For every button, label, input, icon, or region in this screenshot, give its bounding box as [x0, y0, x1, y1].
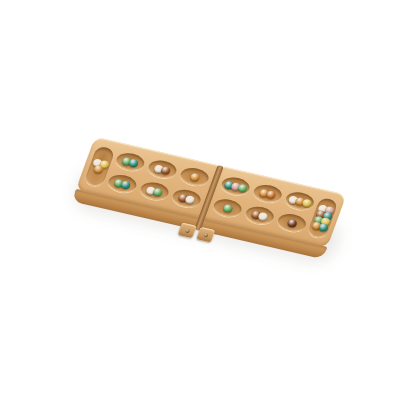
- pit-top-2[interactable]: [146, 158, 179, 180]
- gem-stone-amber: [93, 165, 105, 175]
- gem-stone-white: [257, 211, 269, 221]
- pit-bottom-5[interactable]: [243, 204, 276, 226]
- hinge-block-left: [178, 223, 197, 239]
- pit-bottom-4[interactable]: [211, 197, 244, 219]
- board-left-half: [72, 137, 219, 230]
- hinge-pin-icon: [203, 232, 208, 237]
- pit-bottom-2[interactable]: [138, 180, 171, 202]
- hinge-pin-icon: [185, 228, 190, 233]
- hinge-block-right: [196, 227, 215, 243]
- pit-top-3[interactable]: [178, 166, 211, 188]
- pit-bottom-1[interactable]: [106, 172, 139, 194]
- mancala-board: [72, 137, 347, 259]
- pit-top-4[interactable]: [219, 175, 252, 197]
- pit-bottom-6[interactable]: [275, 212, 308, 234]
- gem-stone-amber: [189, 172, 201, 182]
- gem-stone-white: [184, 194, 196, 204]
- gem-stone-brown: [160, 165, 172, 175]
- gem-stone-green: [222, 203, 234, 213]
- board-right-half: [199, 166, 346, 259]
- gem-stone-teal: [120, 180, 132, 190]
- gem-stone-green: [152, 187, 164, 197]
- pit-bottom-3[interactable]: [170, 187, 203, 209]
- gem-stone-darkbrown: [286, 218, 298, 228]
- gem-stone-orange: [265, 190, 277, 200]
- pit-top-5[interactable]: [251, 182, 284, 204]
- product-photo: [0, 0, 400, 400]
- gem-stone-teal: [317, 223, 329, 233]
- pit-top-1[interactable]: [114, 151, 147, 173]
- pit-top-6[interactable]: [283, 190, 316, 212]
- gem-stone-teal: [128, 158, 140, 168]
